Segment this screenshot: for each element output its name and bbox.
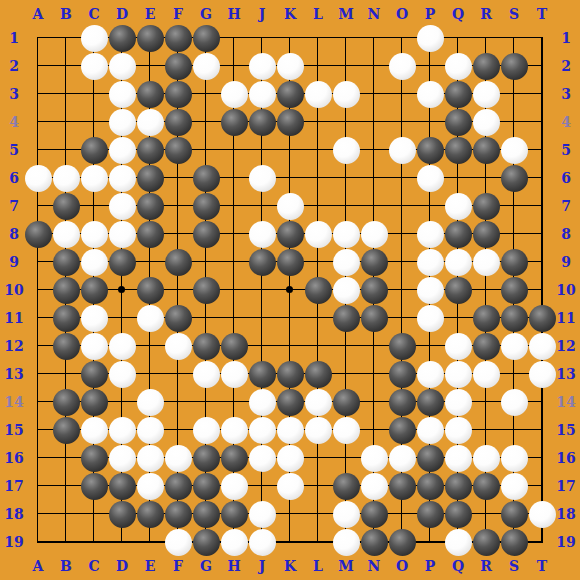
cell-Q2[interactable] — [444, 52, 472, 80]
cell-J19[interactable] — [248, 528, 276, 556]
cell-H16[interactable] — [220, 444, 248, 472]
cell-L7[interactable] — [304, 192, 332, 220]
cell-Q15[interactable] — [444, 416, 472, 444]
cell-L3[interactable] — [304, 80, 332, 108]
cell-O11[interactable] — [388, 304, 416, 332]
cell-B17[interactable] — [52, 472, 80, 500]
cell-E4[interactable] — [136, 108, 164, 136]
cell-S14[interactable] — [500, 388, 528, 416]
cell-F10[interactable] — [164, 276, 192, 304]
cell-M2[interactable] — [332, 52, 360, 80]
cell-T8[interactable] — [528, 220, 556, 248]
cell-C17[interactable] — [80, 472, 108, 500]
cell-F15[interactable] — [164, 416, 192, 444]
cell-R1[interactable] — [472, 24, 500, 52]
cell-Q18[interactable] — [444, 500, 472, 528]
cell-K15[interactable] — [276, 416, 304, 444]
cell-O10[interactable] — [388, 276, 416, 304]
cell-A14[interactable] — [24, 388, 52, 416]
cell-A13[interactable] — [24, 360, 52, 388]
cell-C7[interactable] — [80, 192, 108, 220]
cell-P1[interactable] — [416, 24, 444, 52]
cell-E15[interactable] — [136, 416, 164, 444]
cell-M4[interactable] — [332, 108, 360, 136]
cell-D12[interactable] — [108, 332, 136, 360]
cell-J10[interactable] — [248, 276, 276, 304]
cell-D15[interactable] — [108, 416, 136, 444]
cell-O8[interactable] — [388, 220, 416, 248]
cell-T17[interactable] — [528, 472, 556, 500]
cell-Q16[interactable] — [444, 444, 472, 472]
cell-O4[interactable] — [388, 108, 416, 136]
cell-L18[interactable] — [304, 500, 332, 528]
cell-L2[interactable] — [304, 52, 332, 80]
cell-N2[interactable] — [360, 52, 388, 80]
cell-G2[interactable] — [192, 52, 220, 80]
cell-J12[interactable] — [248, 332, 276, 360]
cell-B19[interactable] — [52, 528, 80, 556]
cell-L6[interactable] — [304, 164, 332, 192]
cell-A18[interactable] — [24, 500, 52, 528]
cell-L8[interactable] — [304, 220, 332, 248]
cell-J1[interactable] — [248, 24, 276, 52]
cell-D11[interactable] — [108, 304, 136, 332]
cell-L12[interactable] — [304, 332, 332, 360]
cell-H9[interactable] — [220, 248, 248, 276]
cell-K4[interactable] — [276, 108, 304, 136]
cell-R5[interactable] — [472, 136, 500, 164]
cell-F14[interactable] — [164, 388, 192, 416]
cell-Q11[interactable] — [444, 304, 472, 332]
cell-B15[interactable] — [52, 416, 80, 444]
cell-P16[interactable] — [416, 444, 444, 472]
cell-H3[interactable] — [220, 80, 248, 108]
cell-N15[interactable] — [360, 416, 388, 444]
cell-D7[interactable] — [108, 192, 136, 220]
cell-C19[interactable] — [80, 528, 108, 556]
cell-P19[interactable] — [416, 528, 444, 556]
cell-J17[interactable] — [248, 472, 276, 500]
cell-F18[interactable] — [164, 500, 192, 528]
cell-D9[interactable] — [108, 248, 136, 276]
cell-E9[interactable] — [136, 248, 164, 276]
cell-P3[interactable] — [416, 80, 444, 108]
cell-G1[interactable] — [192, 24, 220, 52]
cell-G10[interactable] — [192, 276, 220, 304]
cell-G7[interactable] — [192, 192, 220, 220]
cell-J11[interactable] — [248, 304, 276, 332]
cell-C10[interactable] — [80, 276, 108, 304]
cell-O18[interactable] — [388, 500, 416, 528]
cell-F8[interactable] — [164, 220, 192, 248]
cell-M7[interactable] — [332, 192, 360, 220]
cell-J4[interactable] — [248, 108, 276, 136]
cell-J16[interactable] — [248, 444, 276, 472]
cell-M3[interactable] — [332, 80, 360, 108]
cell-B3[interactable] — [52, 80, 80, 108]
cell-B14[interactable] — [52, 388, 80, 416]
cell-H5[interactable] — [220, 136, 248, 164]
cell-E7[interactable] — [136, 192, 164, 220]
cell-L17[interactable] — [304, 472, 332, 500]
cell-T12[interactable] — [528, 332, 556, 360]
cell-E16[interactable] — [136, 444, 164, 472]
cell-O17[interactable] — [388, 472, 416, 500]
cell-G13[interactable] — [192, 360, 220, 388]
cell-N4[interactable] — [360, 108, 388, 136]
cell-M16[interactable] — [332, 444, 360, 472]
cell-P14[interactable] — [416, 388, 444, 416]
cell-M14[interactable] — [332, 388, 360, 416]
cell-L1[interactable] — [304, 24, 332, 52]
cell-E11[interactable] — [136, 304, 164, 332]
cell-C4[interactable] — [80, 108, 108, 136]
cell-L10[interactable] — [304, 276, 332, 304]
cell-L16[interactable] — [304, 444, 332, 472]
cell-T18[interactable] — [528, 500, 556, 528]
cell-D1[interactable] — [108, 24, 136, 52]
cell-F6[interactable] — [164, 164, 192, 192]
cell-H11[interactable] — [220, 304, 248, 332]
cell-J15[interactable] — [248, 416, 276, 444]
cell-L15[interactable] — [304, 416, 332, 444]
cell-J14[interactable] — [248, 388, 276, 416]
cell-E1[interactable] — [136, 24, 164, 52]
cell-P6[interactable] — [416, 164, 444, 192]
cell-H15[interactable] — [220, 416, 248, 444]
cell-A12[interactable] — [24, 332, 52, 360]
cell-T2[interactable] — [528, 52, 556, 80]
cell-S4[interactable] — [500, 108, 528, 136]
cell-E8[interactable] — [136, 220, 164, 248]
cell-N14[interactable] — [360, 388, 388, 416]
cell-N18[interactable] — [360, 500, 388, 528]
cell-R11[interactable] — [472, 304, 500, 332]
cell-A1[interactable] — [24, 24, 52, 52]
cell-T16[interactable] — [528, 444, 556, 472]
cell-N1[interactable] — [360, 24, 388, 52]
cell-M1[interactable] — [332, 24, 360, 52]
cell-K16[interactable] — [276, 444, 304, 472]
cell-M11[interactable] — [332, 304, 360, 332]
cell-D19[interactable] — [108, 528, 136, 556]
cell-C12[interactable] — [80, 332, 108, 360]
cell-O13[interactable] — [388, 360, 416, 388]
cell-P13[interactable] — [416, 360, 444, 388]
cell-R14[interactable] — [472, 388, 500, 416]
cell-A19[interactable] — [24, 528, 52, 556]
cell-O14[interactable] — [388, 388, 416, 416]
cell-D6[interactable] — [108, 164, 136, 192]
cell-R4[interactable] — [472, 108, 500, 136]
cell-M15[interactable] — [332, 416, 360, 444]
cell-O15[interactable] — [388, 416, 416, 444]
cell-N5[interactable] — [360, 136, 388, 164]
cell-S15[interactable] — [500, 416, 528, 444]
cell-S11[interactable] — [500, 304, 528, 332]
cell-H6[interactable] — [220, 164, 248, 192]
cell-D8[interactable] — [108, 220, 136, 248]
cell-O5[interactable] — [388, 136, 416, 164]
cell-C15[interactable] — [80, 416, 108, 444]
cell-K5[interactable] — [276, 136, 304, 164]
cell-G16[interactable] — [192, 444, 220, 472]
cell-O16[interactable] — [388, 444, 416, 472]
cell-K6[interactable] — [276, 164, 304, 192]
cell-B2[interactable] — [52, 52, 80, 80]
cell-O9[interactable] — [388, 248, 416, 276]
cell-K14[interactable] — [276, 388, 304, 416]
cell-A11[interactable] — [24, 304, 52, 332]
cell-S16[interactable] — [500, 444, 528, 472]
cell-Q14[interactable] — [444, 388, 472, 416]
cell-R19[interactable] — [472, 528, 500, 556]
cell-F16[interactable] — [164, 444, 192, 472]
cell-A5[interactable] — [24, 136, 52, 164]
cell-S5[interactable] — [500, 136, 528, 164]
cell-N17[interactable] — [360, 472, 388, 500]
cell-R10[interactable] — [472, 276, 500, 304]
cell-D3[interactable] — [108, 80, 136, 108]
cell-G11[interactable] — [192, 304, 220, 332]
cell-J7[interactable] — [248, 192, 276, 220]
cell-O19[interactable] — [388, 528, 416, 556]
cell-L11[interactable] — [304, 304, 332, 332]
cell-G5[interactable] — [192, 136, 220, 164]
cell-M19[interactable] — [332, 528, 360, 556]
cell-Q1[interactable] — [444, 24, 472, 52]
cell-M13[interactable] — [332, 360, 360, 388]
cell-R6[interactable] — [472, 164, 500, 192]
cell-H8[interactable] — [220, 220, 248, 248]
cell-F13[interactable] — [164, 360, 192, 388]
cell-G9[interactable] — [192, 248, 220, 276]
cell-M18[interactable] — [332, 500, 360, 528]
cell-H10[interactable] — [220, 276, 248, 304]
cell-E6[interactable] — [136, 164, 164, 192]
cell-T5[interactable] — [528, 136, 556, 164]
cell-D4[interactable] — [108, 108, 136, 136]
cell-J2[interactable] — [248, 52, 276, 80]
cell-K3[interactable] — [276, 80, 304, 108]
cell-H19[interactable] — [220, 528, 248, 556]
cell-S2[interactable] — [500, 52, 528, 80]
cell-K19[interactable] — [276, 528, 304, 556]
cell-E10[interactable] — [136, 276, 164, 304]
cell-J6[interactable] — [248, 164, 276, 192]
cell-J5[interactable] — [248, 136, 276, 164]
cell-T6[interactable] — [528, 164, 556, 192]
cell-P2[interactable] — [416, 52, 444, 80]
cell-L19[interactable] — [304, 528, 332, 556]
cell-S12[interactable] — [500, 332, 528, 360]
cell-Q19[interactable] — [444, 528, 472, 556]
cell-R18[interactable] — [472, 500, 500, 528]
cell-Q13[interactable] — [444, 360, 472, 388]
cell-K10[interactable] — [276, 276, 304, 304]
cell-R17[interactable] — [472, 472, 500, 500]
cell-B13[interactable] — [52, 360, 80, 388]
cell-N8[interactable] — [360, 220, 388, 248]
cell-C14[interactable] — [80, 388, 108, 416]
cell-K1[interactable] — [276, 24, 304, 52]
cell-B8[interactable] — [52, 220, 80, 248]
cell-T1[interactable] — [528, 24, 556, 52]
cell-H7[interactable] — [220, 192, 248, 220]
cell-P17[interactable] — [416, 472, 444, 500]
cell-N3[interactable] — [360, 80, 388, 108]
cell-E19[interactable] — [136, 528, 164, 556]
cell-G17[interactable] — [192, 472, 220, 500]
cell-S10[interactable] — [500, 276, 528, 304]
cell-P9[interactable] — [416, 248, 444, 276]
cell-G18[interactable] — [192, 500, 220, 528]
cell-C8[interactable] — [80, 220, 108, 248]
cell-L4[interactable] — [304, 108, 332, 136]
cell-D18[interactable] — [108, 500, 136, 528]
cell-H12[interactable] — [220, 332, 248, 360]
cell-O6[interactable] — [388, 164, 416, 192]
cell-N9[interactable] — [360, 248, 388, 276]
cell-J8[interactable] — [248, 220, 276, 248]
cell-F11[interactable] — [164, 304, 192, 332]
cell-C16[interactable] — [80, 444, 108, 472]
cell-L5[interactable] — [304, 136, 332, 164]
cell-G19[interactable] — [192, 528, 220, 556]
cell-Q10[interactable] — [444, 276, 472, 304]
cell-G6[interactable] — [192, 164, 220, 192]
cell-P12[interactable] — [416, 332, 444, 360]
cell-P15[interactable] — [416, 416, 444, 444]
cell-T9[interactable] — [528, 248, 556, 276]
cell-R2[interactable] — [472, 52, 500, 80]
cell-H17[interactable] — [220, 472, 248, 500]
cell-E13[interactable] — [136, 360, 164, 388]
cell-G8[interactable] — [192, 220, 220, 248]
cell-N16[interactable] — [360, 444, 388, 472]
cell-C9[interactable] — [80, 248, 108, 276]
cell-T4[interactable] — [528, 108, 556, 136]
cell-E12[interactable] — [136, 332, 164, 360]
cell-G12[interactable] — [192, 332, 220, 360]
cell-D10[interactable] — [108, 276, 136, 304]
cell-N10[interactable] — [360, 276, 388, 304]
cell-N7[interactable] — [360, 192, 388, 220]
cell-B4[interactable] — [52, 108, 80, 136]
cell-S18[interactable] — [500, 500, 528, 528]
cell-H2[interactable] — [220, 52, 248, 80]
cell-S9[interactable] — [500, 248, 528, 276]
cell-T14[interactable] — [528, 388, 556, 416]
cell-C5[interactable] — [80, 136, 108, 164]
cell-F1[interactable] — [164, 24, 192, 52]
cell-A16[interactable] — [24, 444, 52, 472]
cell-C3[interactable] — [80, 80, 108, 108]
cell-O7[interactable] — [388, 192, 416, 220]
cell-A2[interactable] — [24, 52, 52, 80]
cell-A3[interactable] — [24, 80, 52, 108]
cell-B16[interactable] — [52, 444, 80, 472]
cell-F4[interactable] — [164, 108, 192, 136]
cell-G15[interactable] — [192, 416, 220, 444]
cell-M17[interactable] — [332, 472, 360, 500]
cell-R16[interactable] — [472, 444, 500, 472]
cell-E17[interactable] — [136, 472, 164, 500]
cell-N13[interactable] — [360, 360, 388, 388]
cell-B6[interactable] — [52, 164, 80, 192]
cell-T3[interactable] — [528, 80, 556, 108]
cell-P7[interactable] — [416, 192, 444, 220]
cell-L9[interactable] — [304, 248, 332, 276]
cell-D14[interactable] — [108, 388, 136, 416]
cell-C6[interactable] — [80, 164, 108, 192]
cell-E18[interactable] — [136, 500, 164, 528]
cell-A7[interactable] — [24, 192, 52, 220]
cell-D5[interactable] — [108, 136, 136, 164]
cell-M9[interactable] — [332, 248, 360, 276]
cell-H13[interactable] — [220, 360, 248, 388]
cell-M12[interactable] — [332, 332, 360, 360]
cell-R13[interactable] — [472, 360, 500, 388]
cell-O1[interactable] — [388, 24, 416, 52]
cell-R3[interactable] — [472, 80, 500, 108]
cell-F2[interactable] — [164, 52, 192, 80]
cell-O3[interactable] — [388, 80, 416, 108]
cell-K9[interactable] — [276, 248, 304, 276]
cell-T11[interactable] — [528, 304, 556, 332]
cell-S8[interactable] — [500, 220, 528, 248]
cell-H18[interactable] — [220, 500, 248, 528]
cell-D16[interactable] — [108, 444, 136, 472]
cell-A9[interactable] — [24, 248, 52, 276]
cell-B7[interactable] — [52, 192, 80, 220]
cell-A15[interactable] — [24, 416, 52, 444]
cell-E3[interactable] — [136, 80, 164, 108]
cell-Q6[interactable] — [444, 164, 472, 192]
cell-Q12[interactable] — [444, 332, 472, 360]
cell-P5[interactable] — [416, 136, 444, 164]
cell-F17[interactable] — [164, 472, 192, 500]
cell-C13[interactable] — [80, 360, 108, 388]
cell-F9[interactable] — [164, 248, 192, 276]
cell-B10[interactable] — [52, 276, 80, 304]
cell-N6[interactable] — [360, 164, 388, 192]
cell-C11[interactable] — [80, 304, 108, 332]
cell-N11[interactable] — [360, 304, 388, 332]
cell-J9[interactable] — [248, 248, 276, 276]
cell-F19[interactable] — [164, 528, 192, 556]
cell-P8[interactable] — [416, 220, 444, 248]
cell-K18[interactable] — [276, 500, 304, 528]
cell-Q3[interactable] — [444, 80, 472, 108]
cell-R15[interactable] — [472, 416, 500, 444]
cell-S7[interactable] — [500, 192, 528, 220]
cell-F7[interactable] — [164, 192, 192, 220]
cell-M10[interactable] — [332, 276, 360, 304]
cell-P4[interactable] — [416, 108, 444, 136]
cell-D13[interactable] — [108, 360, 136, 388]
cell-A17[interactable] — [24, 472, 52, 500]
cell-B11[interactable] — [52, 304, 80, 332]
cell-S1[interactable] — [500, 24, 528, 52]
cell-Q5[interactable] — [444, 136, 472, 164]
cell-S17[interactable] — [500, 472, 528, 500]
cell-C2[interactable] — [80, 52, 108, 80]
cell-F12[interactable] — [164, 332, 192, 360]
cell-K8[interactable] — [276, 220, 304, 248]
cell-B5[interactable] — [52, 136, 80, 164]
cell-Q7[interactable] — [444, 192, 472, 220]
